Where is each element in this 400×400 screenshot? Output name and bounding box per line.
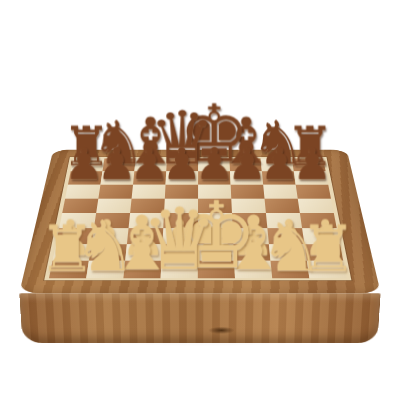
square-f8: ♝ [229, 158, 261, 171]
chess-set-photo-scene: ♜♞♝♛♚♝♞♜♟♟♟♟♟♟♟♟♟♟♟♟♟♟♟♟♜♞♝♛♚♝♞♜ [0, 0, 400, 400]
square-e4 [198, 213, 233, 228]
square-a7: ♟ [68, 171, 103, 184]
square-h7: ♟ [294, 171, 328, 184]
square-a6 [65, 185, 100, 199]
square-e8: ♚ [198, 158, 230, 171]
square-b8: ♞ [103, 158, 136, 171]
square-f3 [233, 228, 269, 244]
square-h2: ♟ [304, 244, 343, 261]
square-h6 [296, 185, 331, 199]
square-a5 [62, 199, 98, 214]
square-h1: ♜ [307, 261, 347, 278]
square-h3 [302, 228, 340, 244]
square-c5 [130, 199, 165, 214]
square-b2: ♟ [89, 244, 127, 261]
square-d8: ♛ [166, 158, 198, 171]
square-d3 [162, 228, 198, 244]
square-e6 [198, 185, 231, 199]
square-e3 [198, 228, 234, 244]
square-d6 [165, 185, 198, 199]
square-d2: ♟ [162, 244, 198, 261]
board-frame: ♜♞♝♛♚♝♞♜♟♟♟♟♟♟♟♟♟♟♟♟♟♟♟♟♜♞♝♛♚♝♞♜ [19, 150, 381, 294]
square-f2: ♟ [233, 244, 270, 261]
square-b6 [98, 185, 133, 199]
square-a3 [56, 228, 94, 244]
square-g7: ♟ [262, 171, 296, 184]
square-e1: ♚ [198, 261, 235, 278]
square-b7: ♟ [100, 171, 134, 184]
square-f4 [232, 213, 267, 228]
square-a1: ♜ [49, 261, 89, 278]
square-g1: ♞ [271, 261, 310, 278]
square-h8: ♜ [292, 158, 326, 171]
square-b5 [96, 199, 131, 214]
square-e5 [198, 199, 232, 214]
square-g2: ♟ [269, 244, 307, 261]
square-b1: ♞ [86, 261, 125, 278]
square-f7: ♟ [230, 171, 263, 184]
wooden-chess-box: ♜♞♝♛♚♝♞♜♟♟♟♟♟♟♟♟♟♟♟♟♟♟♟♟♜♞♝♛♚♝♞♜ [19, 150, 381, 294]
square-d4 [163, 213, 198, 228]
square-g6 [263, 185, 298, 199]
square-g4 [266, 213, 302, 228]
square-f1: ♝ [234, 261, 272, 278]
square-g5 [265, 199, 300, 214]
square-d7: ♟ [166, 171, 199, 184]
square-c8: ♝ [134, 158, 167, 171]
board-3d-stage: ♜♞♝♛♚♝♞♜♟♟♟♟♟♟♟♟♟♟♟♟♟♟♟♟♜♞♝♛♚♝♞♜ [38, 52, 362, 376]
square-a8: ♜ [71, 158, 105, 171]
square-c4 [129, 213, 165, 228]
square-b3 [91, 228, 128, 244]
square-c1: ♝ [123, 261, 161, 278]
square-g8: ♞ [261, 158, 294, 171]
square-c7: ♟ [133, 171, 166, 184]
square-e2: ♟ [198, 244, 234, 261]
square-h4 [300, 213, 337, 228]
square-f5 [231, 199, 266, 214]
square-c6 [132, 185, 166, 199]
box-front-face [19, 293, 381, 343]
square-c3 [127, 228, 163, 244]
square-g3 [267, 228, 304, 244]
square-c2: ♟ [125, 244, 162, 261]
square-d1: ♛ [161, 261, 198, 278]
square-b4 [94, 213, 130, 228]
black-rook-h8: ♜ [285, 121, 334, 173]
square-h5 [298, 199, 334, 214]
square-f6 [231, 185, 265, 199]
square-d5 [164, 199, 198, 214]
square-e7: ♟ [198, 171, 231, 184]
board-border-line: ♜♞♝♛♚♝♞♜♟♟♟♟♟♟♟♟♟♟♟♟♟♟♟♟♜♞♝♛♚♝♞♜ [44, 157, 351, 280]
square-a4 [59, 213, 96, 228]
square-a2: ♟ [53, 244, 92, 261]
chess-board: ♜♞♝♛♚♝♞♜♟♟♟♟♟♟♟♟♟♟♟♟♟♟♟♟♜♞♝♛♚♝♞♜ [49, 158, 347, 278]
